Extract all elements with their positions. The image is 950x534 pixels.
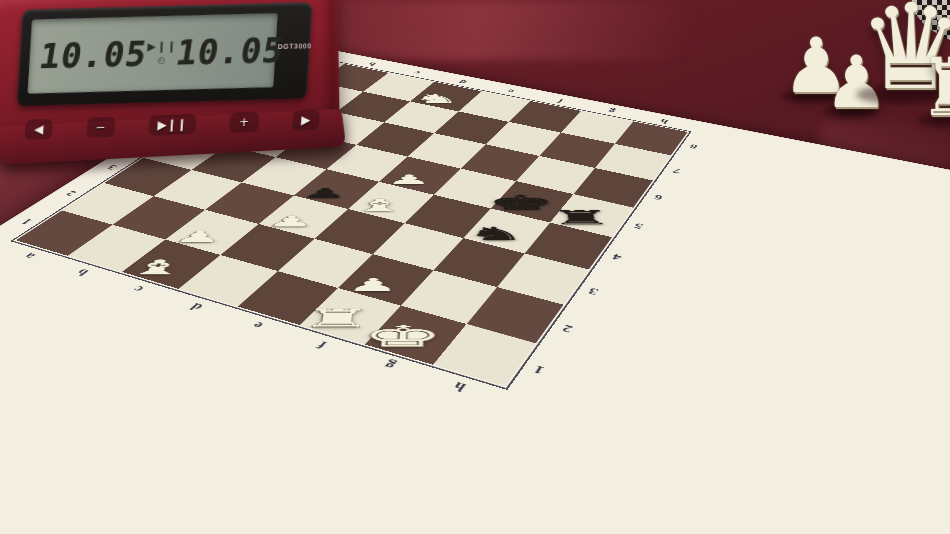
coordinate-label: g: [606, 107, 617, 114]
coordinate-label: 6: [652, 193, 664, 202]
coordinate-label: h: [659, 117, 671, 124]
coordinate-label: g: [380, 358, 399, 372]
clock-forward-button[interactable]: ▶: [292, 110, 321, 131]
coordinate-label: e: [249, 319, 267, 332]
coordinate-label: 1: [17, 217, 36, 227]
coordinate-label: c: [129, 283, 148, 295]
coordinate-label: d: [457, 79, 469, 85]
captured-white-rook-partial[interactable]: ♜: [918, 48, 950, 128]
coordinate-label: 4: [610, 252, 624, 263]
white-pawn-d3[interactable]: ♟: [266, 214, 316, 229]
black-pawn-d4[interactable]: ♟: [301, 186, 349, 200]
clock-center-indicators: ▶❙❙ ⏲: [146, 39, 178, 67]
coordinate-label: f: [556, 98, 565, 104]
clock-brand-label: DGT3000: [277, 43, 303, 50]
white-pawn-f2[interactable]: ♟: [346, 276, 399, 294]
coordinate-label: b: [366, 61, 379, 67]
clock-back-button[interactable]: ◀: [24, 119, 53, 140]
coordinate-label: b: [73, 266, 93, 278]
timer-icon: ⏲: [157, 55, 166, 67]
coordinate-label: 8: [688, 142, 699, 150]
coordinate-label: d: [187, 300, 207, 313]
play-pause-icon: ▶❙❙: [147, 39, 178, 53]
clock-display-bezel: 10.05 ▶❙❙ ⏲ 10.05 DGT3000: [17, 2, 312, 106]
coordinate-label: 2: [559, 322, 575, 335]
white-time: 10.05: [36, 33, 150, 76]
coordinate-label: a: [20, 251, 40, 262]
coordinate-label: 1: [530, 362, 547, 377]
clock-plus-button[interactable]: +: [229, 112, 258, 133]
coordinate-label: e: [506, 88, 517, 94]
white-pawn-e5[interactable]: ♟: [386, 173, 431, 186]
black-time: 10.05: [174, 30, 288, 73]
coordinate-label: 2: [62, 189, 80, 198]
coordinate-label: 3: [586, 285, 601, 297]
clock-minus-button[interactable]: −: [86, 117, 115, 138]
coordinate-label: h: [450, 379, 469, 394]
coordinate-label: 7: [671, 167, 683, 176]
coordinate-label: c: [411, 70, 422, 76]
clock-lcd: 10.05 ▶❙❙ ⏲ 10.05: [28, 13, 278, 94]
coordinate-label: 5: [632, 221, 645, 231]
dgt-chess-clock[interactable]: 10.05 ▶❙❙ ⏲ 10.05 DGT3000 ◀−▶❙❙+▶: [0, 0, 340, 174]
white-pawn-c2[interactable]: ♟: [172, 229, 225, 244]
clock-play-pause-button[interactable]: ▶❙❙: [148, 114, 197, 136]
coordinate-label: f: [314, 338, 330, 351]
